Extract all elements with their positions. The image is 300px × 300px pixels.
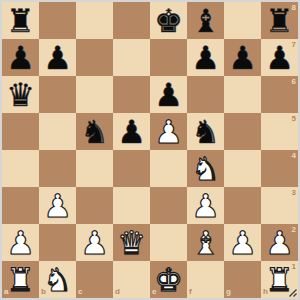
square-a3[interactable]	[2, 187, 39, 224]
white-rook-piece[interactable]: ♜	[6, 264, 35, 296]
square-h2[interactable]: 2♟	[261, 224, 298, 261]
square-c2[interactable]: ♟	[76, 224, 113, 261]
black-pawn-piece[interactable]: ♟	[117, 116, 146, 148]
square-f1[interactable]: f	[187, 261, 224, 298]
square-h3[interactable]: 3	[261, 187, 298, 224]
file-label-f: f	[189, 288, 192, 296]
square-c1[interactable]: c	[76, 261, 113, 298]
black-rook-piece[interactable]: ♜	[6, 5, 35, 37]
square-g7[interactable]: ♟	[224, 39, 261, 76]
rank-label-5: 5	[292, 115, 296, 123]
square-b6[interactable]	[39, 76, 76, 113]
square-f3[interactable]: ♟	[187, 187, 224, 224]
square-g4[interactable]	[224, 150, 261, 187]
white-pawn-piece[interactable]: ♟	[154, 116, 183, 148]
square-e6[interactable]: ♟	[150, 76, 187, 113]
square-f8[interactable]: ♝	[187, 2, 224, 39]
square-d4[interactable]	[113, 150, 150, 187]
white-pawn-piece[interactable]: ♟	[80, 227, 109, 259]
black-pawn-piece[interactable]: ♟	[228, 42, 257, 74]
black-queen-piece[interactable]: ♛	[6, 79, 35, 111]
square-d8[interactable]	[113, 2, 150, 39]
square-c5[interactable]: ♞	[76, 113, 113, 150]
white-king-piece[interactable]: ♚	[154, 264, 183, 296]
square-b1[interactable]: b♞	[39, 261, 76, 298]
file-label-d: d	[115, 288, 120, 296]
square-d7[interactable]	[113, 39, 150, 76]
black-pawn-piece[interactable]: ♟	[154, 79, 183, 111]
black-knight-piece[interactable]: ♞	[191, 116, 220, 148]
square-e5[interactable]: ♟	[150, 113, 187, 150]
white-pawn-piece[interactable]: ♟	[191, 190, 220, 222]
square-f6[interactable]	[187, 76, 224, 113]
square-c7[interactable]	[76, 39, 113, 76]
square-a8[interactable]: ♜	[2, 2, 39, 39]
square-d3[interactable]	[113, 187, 150, 224]
white-pawn-piece[interactable]: ♟	[228, 227, 257, 259]
board-resize-handle-icon[interactable]	[286, 286, 298, 298]
chess-board-frame: ♜♚♝8♜♟♟♟♟7♟♛♟6♞♟♟♞5♞4♟♟3♟♟♛♝♟2♟a♜b♞cde♚f…	[0, 0, 300, 300]
white-knight-piece[interactable]: ♞	[43, 264, 72, 296]
square-e2[interactable]	[150, 224, 187, 261]
square-f5[interactable]: ♞	[187, 113, 224, 150]
square-a6[interactable]: ♛	[2, 76, 39, 113]
black-bishop-piece[interactable]: ♝	[191, 5, 220, 37]
square-a1[interactable]: a♜	[2, 261, 39, 298]
square-b7[interactable]: ♟	[39, 39, 76, 76]
square-g5[interactable]	[224, 113, 261, 150]
square-h7[interactable]: 7♟	[261, 39, 298, 76]
square-b5[interactable]	[39, 113, 76, 150]
square-d2[interactable]: ♛	[113, 224, 150, 261]
square-c8[interactable]	[76, 2, 113, 39]
square-f7[interactable]: ♟	[187, 39, 224, 76]
black-king-piece[interactable]: ♚	[154, 5, 183, 37]
black-pawn-piece[interactable]: ♟	[43, 42, 72, 74]
white-bishop-piece[interactable]: ♝	[191, 227, 220, 259]
square-g6[interactable]	[224, 76, 261, 113]
square-d6[interactable]	[113, 76, 150, 113]
square-a7[interactable]: ♟	[2, 39, 39, 76]
rank-label-4: 4	[292, 152, 296, 160]
square-h6[interactable]: 6	[261, 76, 298, 113]
square-f2[interactable]: ♝	[187, 224, 224, 261]
square-e4[interactable]	[150, 150, 187, 187]
square-c6[interactable]	[76, 76, 113, 113]
square-g8[interactable]	[224, 2, 261, 39]
black-pawn-piece[interactable]: ♟	[265, 42, 294, 74]
white-pawn-piece[interactable]: ♟	[6, 227, 35, 259]
black-pawn-piece[interactable]: ♟	[191, 42, 220, 74]
square-b2[interactable]	[39, 224, 76, 261]
file-label-g: g	[226, 288, 231, 296]
square-b8[interactable]	[39, 2, 76, 39]
square-e7[interactable]	[150, 39, 187, 76]
square-d1[interactable]: d	[113, 261, 150, 298]
square-a5[interactable]	[2, 113, 39, 150]
square-h8[interactable]: 8♜	[261, 2, 298, 39]
black-pawn-piece[interactable]: ♟	[6, 42, 35, 74]
square-e8[interactable]: ♚	[150, 2, 187, 39]
black-rook-piece[interactable]: ♜	[265, 5, 294, 37]
white-pawn-piece[interactable]: ♟	[265, 227, 294, 259]
rank-label-6: 6	[292, 78, 296, 86]
square-e3[interactable]	[150, 187, 187, 224]
square-g3[interactable]	[224, 187, 261, 224]
square-b3[interactable]: ♟	[39, 187, 76, 224]
square-g2[interactable]: ♟	[224, 224, 261, 261]
square-c3[interactable]	[76, 187, 113, 224]
square-e1[interactable]: e♚	[150, 261, 187, 298]
white-pawn-piece[interactable]: ♟	[43, 190, 72, 222]
rank-label-3: 3	[292, 189, 296, 197]
square-f4[interactable]: ♞	[187, 150, 224, 187]
square-b4[interactable]	[39, 150, 76, 187]
square-h4[interactable]: 4	[261, 150, 298, 187]
white-knight-piece[interactable]: ♞	[191, 153, 220, 185]
square-a2[interactable]: ♟	[2, 224, 39, 261]
square-d5[interactable]: ♟	[113, 113, 150, 150]
square-a4[interactable]	[2, 150, 39, 187]
square-g1[interactable]: g	[224, 261, 261, 298]
square-h5[interactable]: 5	[261, 113, 298, 150]
black-knight-piece[interactable]: ♞	[80, 116, 109, 148]
white-queen-piece[interactable]: ♛	[117, 227, 146, 259]
chess-board: ♜♚♝8♜♟♟♟♟7♟♛♟6♞♟♟♞5♞4♟♟3♟♟♛♝♟2♟a♜b♞cde♚f…	[2, 2, 298, 298]
square-c4[interactable]	[76, 150, 113, 187]
file-label-c: c	[78, 288, 82, 296]
